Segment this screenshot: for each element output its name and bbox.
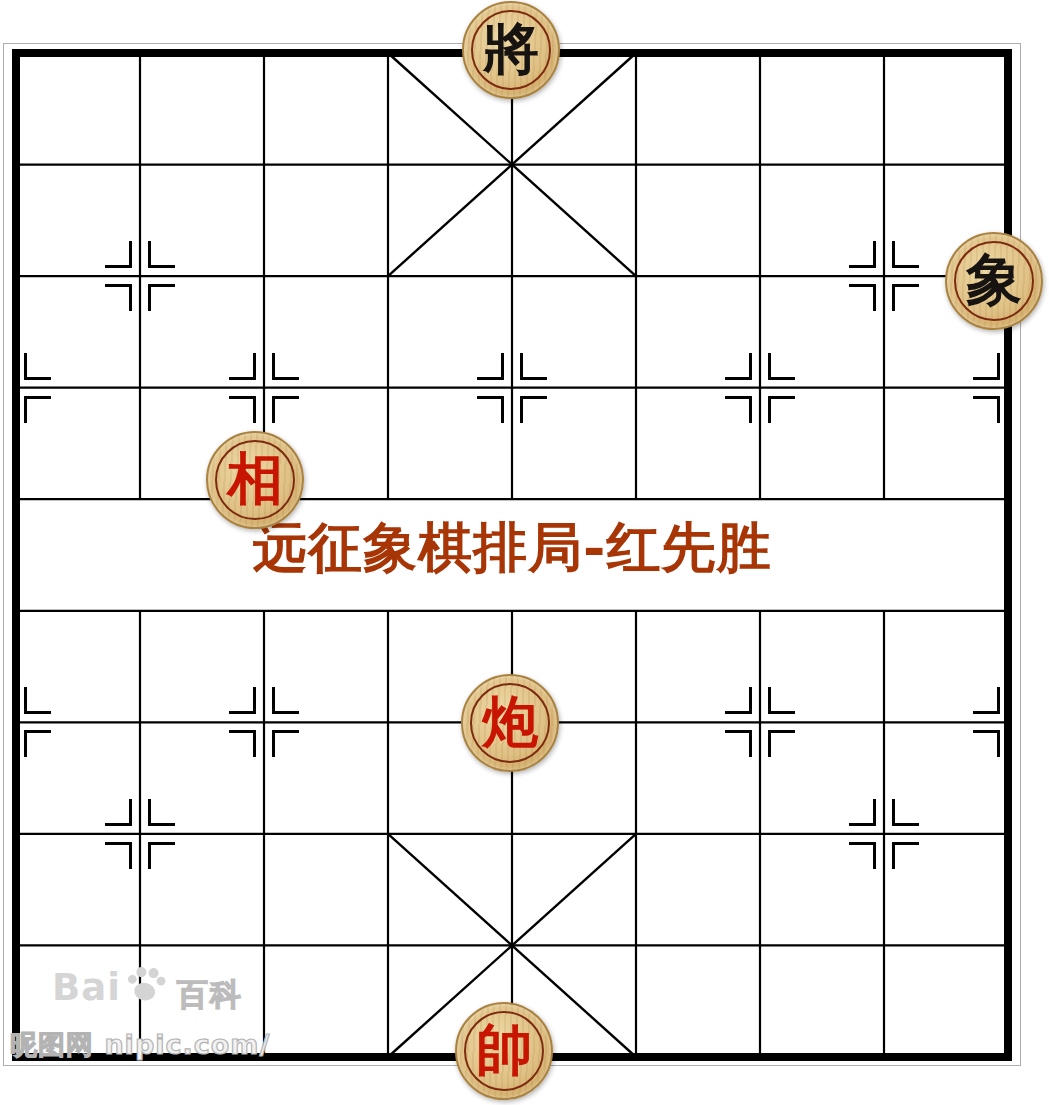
piece-character: 相 [227,450,283,506]
nipic-watermark: 昵图网 nipic.com/ [10,1027,270,1063]
piece-character: 將 [483,20,539,76]
piece-ring: 象 [954,241,1034,321]
baidu-baike-watermark: Bai 百科 [52,966,243,1016]
baidu-paw-icon [119,958,172,1009]
piece-ring: 炮 [470,683,550,763]
piece-ring: 帥 [464,1011,544,1091]
piece-character: 帥 [476,1021,532,1077]
piece-ring: 將 [471,10,551,90]
baike-watermark-text: 百科 [177,974,243,1016]
piece-ring: 相 [215,440,295,520]
pieces-layer: 將象相炮帥 [0,0,1049,1105]
piece-character: 象 [966,251,1022,307]
piece-red-cannon[interactable]: 炮 [461,674,559,772]
piece-black-elephant[interactable]: 象 [945,232,1043,330]
piece-black-general[interactable]: 將 [462,1,560,99]
screenshot-root: 將象相炮帥 远征象棋排局-红先胜 Bai 百科 昵图网 nipic.com/ [0,0,1049,1105]
piece-red-general[interactable]: 帥 [455,1002,553,1100]
piece-character: 炮 [482,693,538,749]
baidu-watermark-text: Bai [52,966,121,1009]
piece-red-elephant[interactable]: 相 [206,431,304,529]
